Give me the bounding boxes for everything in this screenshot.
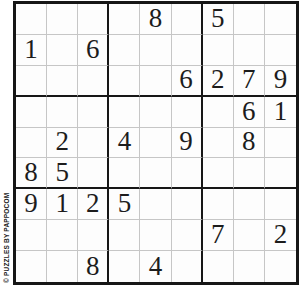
cell-r2c2 bbox=[47, 35, 78, 66]
cell-r8c3 bbox=[78, 220, 109, 251]
cell-r6c1: 8 bbox=[16, 158, 47, 189]
cell-r3c7: 2 bbox=[203, 66, 234, 97]
cell-r6c9 bbox=[265, 158, 296, 189]
cell-r9c4 bbox=[109, 251, 140, 282]
cell-r6c8 bbox=[234, 158, 265, 189]
cell-r7c3: 2 bbox=[78, 189, 109, 220]
cell-r1c5: 8 bbox=[140, 4, 171, 35]
cell-r5c1 bbox=[16, 128, 47, 159]
cell-r7c2: 1 bbox=[47, 189, 78, 220]
cell-r7c5 bbox=[140, 189, 171, 220]
cell-r3c4 bbox=[109, 66, 140, 97]
cell-r1c3 bbox=[78, 4, 109, 35]
cell-r1c6 bbox=[172, 4, 203, 35]
cell-r4c1 bbox=[16, 97, 47, 128]
cell-r8c1 bbox=[16, 220, 47, 251]
cell-r4c9: 1 bbox=[265, 97, 296, 128]
cell-r5c7 bbox=[203, 128, 234, 159]
cell-r7c4: 5 bbox=[109, 189, 140, 220]
cell-r7c7 bbox=[203, 189, 234, 220]
cell-r2c5 bbox=[140, 35, 171, 66]
cell-r1c9 bbox=[265, 4, 296, 35]
cell-r9c1 bbox=[16, 251, 47, 282]
cell-r6c3 bbox=[78, 158, 109, 189]
cell-r4c4 bbox=[109, 97, 140, 128]
cell-r9c8 bbox=[234, 251, 265, 282]
cell-r4c8: 6 bbox=[234, 97, 265, 128]
cell-r7c6 bbox=[172, 189, 203, 220]
cell-r9c6 bbox=[172, 251, 203, 282]
cell-r1c2 bbox=[47, 4, 78, 35]
cell-r4c6 bbox=[172, 97, 203, 128]
cell-r3c6: 6 bbox=[172, 66, 203, 97]
cell-r8c5 bbox=[140, 220, 171, 251]
cell-r1c1 bbox=[16, 4, 47, 35]
cell-r1c7: 5 bbox=[203, 4, 234, 35]
cell-r7c1: 9 bbox=[16, 189, 47, 220]
cell-r4c3 bbox=[78, 97, 109, 128]
cell-r8c2 bbox=[47, 220, 78, 251]
cell-r5c9 bbox=[265, 128, 296, 159]
cell-r9c9 bbox=[265, 251, 296, 282]
cell-r4c2 bbox=[47, 97, 78, 128]
cell-r6c5 bbox=[140, 158, 171, 189]
cell-r6c2: 5 bbox=[47, 158, 78, 189]
cell-r5c5 bbox=[140, 128, 171, 159]
cell-r6c4 bbox=[109, 158, 140, 189]
cell-r3c8: 7 bbox=[234, 66, 265, 97]
cell-r3c3 bbox=[78, 66, 109, 97]
cell-r6c6 bbox=[172, 158, 203, 189]
cell-r4c5 bbox=[140, 97, 171, 128]
cell-r6c7 bbox=[203, 158, 234, 189]
cell-r8c7: 7 bbox=[203, 220, 234, 251]
cell-r3c2 bbox=[47, 66, 78, 97]
cell-r2c3: 6 bbox=[78, 35, 109, 66]
cell-r9c2 bbox=[47, 251, 78, 282]
cell-r5c2: 2 bbox=[47, 128, 78, 159]
cell-r2c8 bbox=[234, 35, 265, 66]
sudoku-puzzle-image: © PUZZLES BY PAPPOCOM 851662796124988591… bbox=[0, 0, 300, 286]
cell-r5c3 bbox=[78, 128, 109, 159]
cell-r5c8: 8 bbox=[234, 128, 265, 159]
sudoku-board: 851662796124988591257284 bbox=[13, 1, 299, 285]
cell-r7c8 bbox=[234, 189, 265, 220]
copyright-credit: © PUZZLES BY PAPPOCOM bbox=[3, 193, 10, 283]
cell-r5c6: 9 bbox=[172, 128, 203, 159]
cell-r8c8 bbox=[234, 220, 265, 251]
cell-r7c9 bbox=[265, 189, 296, 220]
cell-r2c7 bbox=[203, 35, 234, 66]
cell-r2c9 bbox=[265, 35, 296, 66]
cell-r3c9: 9 bbox=[265, 66, 296, 97]
cell-r8c4 bbox=[109, 220, 140, 251]
cell-r9c3: 8 bbox=[78, 251, 109, 282]
cell-r4c7 bbox=[203, 97, 234, 128]
cell-r1c4 bbox=[109, 4, 140, 35]
cell-r5c4: 4 bbox=[109, 128, 140, 159]
cell-r3c1 bbox=[16, 66, 47, 97]
cell-r1c8 bbox=[234, 4, 265, 35]
cell-r2c1: 1 bbox=[16, 35, 47, 66]
cell-r2c6 bbox=[172, 35, 203, 66]
cell-r2c4 bbox=[109, 35, 140, 66]
cell-r8c9: 2 bbox=[265, 220, 296, 251]
cell-r9c5: 4 bbox=[140, 251, 171, 282]
cell-r8c6 bbox=[172, 220, 203, 251]
cell-r9c7 bbox=[203, 251, 234, 282]
cell-r3c5 bbox=[140, 66, 171, 97]
